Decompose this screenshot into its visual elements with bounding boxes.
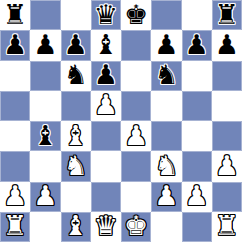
piece-black-knight[interactable]: ♞	[64, 61, 88, 88]
square-g1[interactable]	[182, 212, 212, 242]
square-e4[interactable]: ♟	[121, 121, 151, 151]
square-a7[interactable]: ♟	[0, 30, 30, 60]
square-c6[interactable]: ♞	[61, 61, 91, 91]
square-b5[interactable]	[30, 91, 60, 121]
piece-white-knight[interactable]: ♞	[64, 152, 88, 179]
square-d4[interactable]	[91, 121, 121, 151]
piece-white-bishop[interactable]: ♝	[64, 212, 88, 239]
square-b6[interactable]	[30, 61, 60, 91]
piece-black-rook[interactable]: ♜	[3, 1, 27, 28]
square-g6[interactable]	[182, 61, 212, 91]
piece-black-pawn[interactable]: ♟	[185, 31, 209, 58]
piece-white-pawn[interactable]: ♟	[185, 182, 209, 209]
square-g7[interactable]: ♟	[182, 30, 212, 60]
square-d6[interactable]: ♟	[91, 61, 121, 91]
square-b1[interactable]	[30, 212, 60, 242]
square-f7[interactable]: ♟	[151, 30, 181, 60]
square-a6[interactable]	[0, 61, 30, 91]
piece-black-pawn[interactable]: ♟	[33, 31, 57, 58]
square-e3[interactable]	[121, 151, 151, 181]
square-h7[interactable]: ♟	[212, 30, 242, 60]
piece-white-knight[interactable]: ♞	[154, 152, 178, 179]
square-c2[interactable]	[61, 182, 91, 212]
square-h8[interactable]: ♜	[212, 0, 242, 30]
square-h2[interactable]	[212, 182, 242, 212]
square-c5[interactable]	[61, 91, 91, 121]
square-h1[interactable]: ♜	[212, 212, 242, 242]
square-a3[interactable]	[0, 151, 30, 181]
square-e2[interactable]	[121, 182, 151, 212]
piece-black-pawn[interactable]: ♟	[94, 61, 118, 88]
square-g3[interactable]	[182, 151, 212, 181]
piece-black-queen[interactable]: ♛	[94, 1, 118, 28]
chess-board: ♜♛♚♜♟♟♟♝♟♟♟♞♟♞♟♝♝♟♞♞♟♟♟♟♟♜♝♛♚♜	[0, 0, 242, 242]
square-b7[interactable]: ♟	[30, 30, 60, 60]
square-g8[interactable]	[182, 0, 212, 30]
piece-white-pawn[interactable]: ♟	[154, 182, 178, 209]
piece-black-pawn[interactable]: ♟	[64, 31, 88, 58]
square-f5[interactable]	[151, 91, 181, 121]
square-h6[interactable]	[212, 61, 242, 91]
piece-black-bishop[interactable]: ♝	[33, 122, 57, 149]
piece-white-rook[interactable]: ♜	[3, 212, 27, 239]
square-f3[interactable]: ♞	[151, 151, 181, 181]
piece-white-pawn[interactable]: ♟	[3, 182, 27, 209]
square-f2[interactable]: ♟	[151, 182, 181, 212]
piece-white-king[interactable]: ♚	[124, 212, 148, 239]
square-d2[interactable]	[91, 182, 121, 212]
square-h4[interactable]	[212, 121, 242, 151]
piece-black-king[interactable]: ♚	[124, 1, 148, 28]
square-g4[interactable]	[182, 121, 212, 151]
square-h3[interactable]: ♟	[212, 151, 242, 181]
square-f8[interactable]	[151, 0, 181, 30]
square-d1[interactable]: ♛	[91, 212, 121, 242]
piece-white-queen[interactable]: ♛	[94, 212, 118, 239]
square-d7[interactable]: ♝	[91, 30, 121, 60]
square-c3[interactable]: ♞	[61, 151, 91, 181]
square-b8[interactable]	[30, 0, 60, 30]
square-b4[interactable]: ♝	[30, 121, 60, 151]
piece-black-pawn[interactable]: ♟	[215, 31, 239, 58]
piece-black-pawn[interactable]: ♟	[3, 31, 27, 58]
piece-white-rook[interactable]: ♜	[215, 212, 239, 239]
square-a5[interactable]	[0, 91, 30, 121]
square-c7[interactable]: ♟	[61, 30, 91, 60]
square-f6[interactable]: ♞	[151, 61, 181, 91]
square-b3[interactable]	[30, 151, 60, 181]
piece-white-pawn[interactable]: ♟	[215, 152, 239, 179]
square-b2[interactable]: ♟	[30, 182, 60, 212]
square-d5[interactable]: ♟	[91, 91, 121, 121]
piece-black-knight[interactable]: ♞	[154, 61, 178, 88]
square-c1[interactable]: ♝	[61, 212, 91, 242]
square-g2[interactable]: ♟	[182, 182, 212, 212]
square-e5[interactable]	[121, 91, 151, 121]
piece-black-pawn[interactable]: ♟	[154, 31, 178, 58]
square-a1[interactable]: ♜	[0, 212, 30, 242]
piece-black-bishop[interactable]: ♝	[94, 31, 118, 58]
piece-white-pawn[interactable]: ♟	[94, 91, 118, 118]
piece-white-pawn[interactable]: ♟	[33, 182, 57, 209]
square-f4[interactable]	[151, 121, 181, 151]
square-g5[interactable]	[182, 91, 212, 121]
square-a4[interactable]	[0, 121, 30, 151]
square-h5[interactable]	[212, 91, 242, 121]
square-a2[interactable]: ♟	[0, 182, 30, 212]
square-c4[interactable]: ♝	[61, 121, 91, 151]
piece-white-bishop[interactable]: ♝	[64, 122, 88, 149]
square-e7[interactable]	[121, 30, 151, 60]
square-e8[interactable]: ♚	[121, 0, 151, 30]
square-e6[interactable]	[121, 61, 151, 91]
square-c8[interactable]	[61, 0, 91, 30]
piece-white-pawn[interactable]: ♟	[124, 122, 148, 149]
square-f1[interactable]	[151, 212, 181, 242]
piece-black-rook[interactable]: ♜	[215, 1, 239, 28]
square-a8[interactable]: ♜	[0, 0, 30, 30]
square-e1[interactable]: ♚	[121, 212, 151, 242]
square-d3[interactable]	[91, 151, 121, 181]
square-d8[interactable]: ♛	[91, 0, 121, 30]
